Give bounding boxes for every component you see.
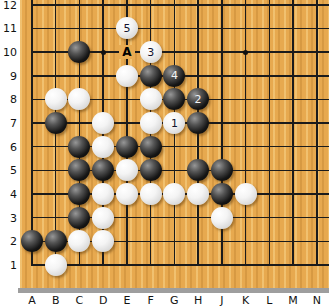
- move-number-label: 4: [171, 70, 178, 81]
- grid-line-horizontal: [31, 28, 329, 30]
- grid-line-vertical: [292, 0, 294, 266]
- column-label: E: [117, 293, 137, 308]
- column-label: B: [46, 293, 66, 308]
- column-label: M: [283, 293, 303, 308]
- white-stone: [211, 207, 233, 229]
- white-stone: [92, 183, 114, 205]
- white-stone: 1: [163, 112, 185, 134]
- row-label: 6: [0, 141, 17, 155]
- white-stone: [45, 254, 67, 276]
- move-number-label: 2: [195, 94, 202, 105]
- black-stone: [187, 159, 209, 181]
- black-stone: [45, 112, 67, 134]
- grid-line-vertical: [316, 0, 318, 266]
- move-number-label: 1: [171, 118, 178, 129]
- white-stone: [140, 183, 162, 205]
- row-label: 12: [0, 0, 17, 13]
- black-stone: [45, 230, 67, 252]
- white-stone: [116, 183, 138, 205]
- white-stone: [116, 159, 138, 181]
- column-label: F: [141, 293, 161, 308]
- row-label: 11: [0, 22, 17, 36]
- white-stone: [116, 65, 138, 87]
- row-label: 3: [0, 212, 17, 226]
- row-label: 10: [0, 46, 17, 60]
- white-stone: [68, 88, 90, 110]
- grid-line-vertical: [31, 0, 33, 266]
- white-stone: 3: [140, 41, 162, 63]
- star-point: [243, 50, 248, 55]
- grid-line-vertical: [245, 0, 247, 266]
- black-stone: [68, 207, 90, 229]
- black-stone: [163, 88, 185, 110]
- black-stone: [116, 136, 138, 158]
- column-label: D: [93, 293, 113, 308]
- row-label: 9: [0, 70, 17, 84]
- column-label: K: [236, 293, 256, 308]
- black-stone: [140, 65, 162, 87]
- white-stone: [92, 136, 114, 158]
- black-stone: [68, 41, 90, 63]
- move-number-label: 3: [147, 47, 154, 58]
- column-label: N: [307, 293, 327, 308]
- black-stone: [211, 159, 233, 181]
- row-label: 1: [0, 259, 17, 273]
- white-stone: [68, 230, 90, 252]
- point-marker-a[interactable]: A: [119, 45, 135, 59]
- move-number-label: 5: [123, 23, 130, 34]
- column-label: C: [69, 293, 89, 308]
- black-stone: 2: [187, 88, 209, 110]
- black-stone: [140, 159, 162, 181]
- black-stone: [68, 159, 90, 181]
- star-point: [101, 50, 106, 55]
- black-stone: [68, 183, 90, 205]
- white-stone: [187, 183, 209, 205]
- row-label: 2: [0, 235, 17, 249]
- row-label: 5: [0, 164, 17, 178]
- white-stone: [163, 183, 185, 205]
- black-stone: [211, 183, 233, 205]
- column-label: A: [22, 293, 42, 308]
- white-stone: [140, 112, 162, 134]
- row-label: 8: [0, 93, 17, 107]
- black-stone: [187, 112, 209, 134]
- white-stone: [92, 112, 114, 134]
- white-stone: [92, 207, 114, 229]
- column-label: H: [188, 293, 208, 308]
- white-stone: 5: [116, 17, 138, 39]
- white-stone: [235, 183, 257, 205]
- column-label: J: [212, 293, 232, 308]
- white-stone: [140, 88, 162, 110]
- grid-line-horizontal: [31, 4, 329, 6]
- goban[interactable]: 42531A: [20, 0, 329, 288]
- grid-line-vertical: [269, 0, 271, 266]
- black-stone: [21, 230, 43, 252]
- black-stone: 4: [163, 65, 185, 87]
- black-stone: [92, 159, 114, 181]
- row-label: 4: [0, 188, 17, 202]
- column-label: L: [259, 293, 279, 308]
- grid-line-horizontal: [31, 264, 329, 266]
- white-stone: [45, 88, 67, 110]
- white-stone: [92, 230, 114, 252]
- go-board-app: 42531A 121110987654321ABCDEFGHJKLMN: [0, 0, 329, 308]
- black-stone: [140, 136, 162, 158]
- row-label: 7: [0, 117, 17, 131]
- black-stone: [68, 136, 90, 158]
- column-label: G: [164, 293, 184, 308]
- grid-line-vertical: [126, 0, 128, 266]
